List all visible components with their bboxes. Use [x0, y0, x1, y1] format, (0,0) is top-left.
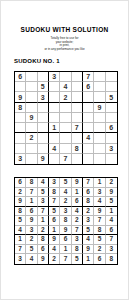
- solution-cell-r9c6: 5: [72, 254, 83, 264]
- solution-cell-r6c7: 5: [83, 226, 94, 236]
- puzzle-cell-r5c6: [72, 113, 83, 123]
- solution-cell-r2c1: 2: [15, 188, 26, 198]
- solution-cell-r2c2: 7: [26, 188, 37, 198]
- puzzle-cell-r7c5: [60, 133, 71, 143]
- puzzle-cell-r1c9: [106, 72, 117, 82]
- puzzle-cell-r1c4: 3: [49, 72, 60, 82]
- puzzle-cell-r4c7: [83, 103, 94, 113]
- solution-cell-r7c9: 7: [106, 235, 117, 245]
- puzzle-cell-r9c7: [83, 154, 94, 164]
- puzzle-cell-r8c2: [26, 144, 37, 154]
- solution-cell-r7c6: 3: [72, 235, 83, 245]
- solution-cell-r1c4: 3: [49, 178, 60, 188]
- solution-cell-r1c8: 1: [94, 178, 105, 188]
- puzzle-cell-r6c3: [38, 123, 49, 133]
- puzzle-cell-r1c2: [26, 72, 37, 82]
- puzzle-cell-r3c4: [49, 92, 60, 102]
- puzzle-cell-r9c3: 9: [38, 154, 49, 164]
- puzzle-cell-r5c1: [15, 113, 26, 123]
- solution-cell-r2c7: 6: [83, 188, 94, 198]
- puzzle-cell-r9c8: [94, 154, 105, 164]
- page-title: SUDOKU WITH SOLUTION: [1, 26, 128, 33]
- puzzle-cell-r2c1: [15, 82, 26, 92]
- puzzle-cell-r3c3: 3: [38, 92, 49, 102]
- puzzle-cell-r6c6: 7: [72, 123, 83, 133]
- solution-cell-r2c6: 1: [72, 188, 83, 198]
- solution-cell-r5c7: 3: [83, 216, 94, 226]
- puzzle-cell-r2c7: 6: [83, 82, 94, 92]
- puzzle-cell-r4c8: 9: [94, 103, 105, 113]
- solution-cell-r9c1: 3: [15, 254, 26, 264]
- solution-cell-r3c7: 8: [83, 197, 94, 207]
- puzzle-grid: 637546932589917624483397: [14, 71, 118, 165]
- solution-cell-r6c9: 6: [106, 226, 117, 236]
- attribution-line: or in any performance you like: [1, 48, 128, 52]
- puzzle-cell-r4c5: [60, 103, 71, 113]
- puzzle-cell-r3c6: [72, 92, 83, 102]
- puzzle-cell-r8c6: 8: [72, 144, 83, 154]
- solution-cell-r8c8: 2: [94, 245, 105, 255]
- solution-cell-r4c3: 7: [38, 207, 49, 217]
- puzzle-cell-r2c8: [94, 82, 105, 92]
- puzzle-cell-r8c4: 4: [49, 144, 60, 154]
- solution-cell-r6c8: 8: [94, 226, 105, 236]
- puzzle-cell-r7c7: 4: [83, 133, 94, 143]
- solution-cell-r3c9: 5: [106, 197, 117, 207]
- puzzle-number-label: SUDOKU NO. 1: [14, 58, 60, 64]
- puzzle-cell-r4c2: [26, 103, 37, 113]
- solution-cell-r4c9: 1: [106, 207, 117, 217]
- puzzle-cell-r7c1: [15, 133, 26, 143]
- puzzle-cell-r6c8: [94, 123, 105, 133]
- puzzle-cell-r3c2: [26, 92, 37, 102]
- solution-cell-r1c3: 4: [38, 178, 49, 188]
- puzzle-cell-r2c4: [49, 82, 60, 92]
- solution-cell-r1c1: 6: [15, 178, 26, 188]
- puzzle-cell-r7c2: 2: [26, 133, 37, 143]
- puzzle-cell-r4c6: [72, 103, 83, 113]
- puzzle-cell-r1c3: [38, 72, 49, 82]
- puzzle-cell-r5c4: [49, 113, 60, 123]
- puzzle-cell-r1c8: [94, 72, 105, 82]
- solution-cell-r5c6: 2: [72, 216, 83, 226]
- solution-cell-r4c2: 6: [26, 207, 37, 217]
- solution-cell-r7c4: 9: [49, 235, 60, 245]
- solution-cell-r1c6: 9: [72, 178, 83, 188]
- puzzle-cell-r3c5: 2: [60, 92, 71, 102]
- solution-cell-r2c5: 4: [60, 188, 71, 198]
- solution-cell-r1c9: 2: [106, 178, 117, 188]
- solution-cell-r2c4: 8: [49, 188, 60, 198]
- solution-cell-r7c3: 8: [38, 235, 49, 245]
- puzzle-cell-r9c6: [72, 154, 83, 164]
- solution-cell-r6c4: 1: [49, 226, 60, 236]
- puzzle-cell-r9c9: [106, 154, 117, 164]
- puzzle-cell-r4c4: [49, 103, 60, 113]
- solution-cell-r5c2: 9: [26, 216, 37, 226]
- solution-cell-r8c4: 4: [49, 245, 60, 255]
- puzzle-cell-r6c9: 6: [106, 123, 117, 133]
- puzzle-cell-r7c3: [38, 133, 49, 143]
- puzzle-cell-r9c2: [26, 154, 37, 164]
- puzzle-cell-r8c9: 3: [106, 144, 117, 154]
- solution-cell-r4c8: 9: [94, 207, 105, 217]
- puzzle-cell-r8c8: [94, 144, 105, 154]
- solution-cell-r3c2: 1: [26, 197, 37, 207]
- solution-cell-r3c4: 7: [49, 197, 60, 207]
- puzzle-cell-r1c7: 7: [83, 72, 94, 82]
- puzzle-cell-r5c9: [106, 113, 117, 123]
- solution-cell-r6c6: 7: [72, 226, 83, 236]
- solution-cell-r9c8: 6: [94, 254, 105, 264]
- solution-cell-r5c1: 5: [15, 216, 26, 226]
- solution-cell-r1c5: 5: [60, 178, 71, 188]
- solution-cell-r8c5: 1: [60, 245, 71, 255]
- solution-cell-r9c2: 4: [26, 254, 37, 264]
- solution-cell-r3c1: 9: [15, 197, 26, 207]
- puzzle-cell-r2c5: 4: [60, 82, 71, 92]
- solution-cell-r7c1: 1: [15, 235, 26, 245]
- solution-cell-r9c5: 7: [60, 254, 71, 264]
- solution-cell-r3c5: 2: [60, 197, 71, 207]
- puzzle-cell-r9c1: 3: [15, 154, 26, 164]
- puzzle-cell-r5c7: [83, 113, 94, 123]
- puzzle-cell-r1c1: 6: [15, 72, 26, 82]
- solution-cell-r8c2: 5: [26, 245, 37, 255]
- puzzle-cell-r3c9: 5: [106, 92, 117, 102]
- puzzle-cell-r7c9: [106, 133, 117, 143]
- solution-cell-r7c2: 2: [26, 235, 37, 245]
- solution-cell-r2c3: 5: [38, 188, 49, 198]
- puzzle-cell-r5c3: [38, 113, 49, 123]
- puzzle-cell-r2c3: 5: [38, 82, 49, 92]
- attribution-text: Totally free to use for your website; in…: [1, 37, 128, 51]
- solution-cell-r5c9: 4: [106, 216, 117, 226]
- puzzle-cell-r7c6: [72, 133, 83, 143]
- puzzle-cell-r1c5: [60, 72, 71, 82]
- solution-grid: 6843597122758416399137268458675342915916…: [14, 177, 118, 265]
- puzzle-cell-r6c7: [83, 123, 94, 133]
- puzzle-cell-r9c5: 7: [60, 154, 71, 164]
- solution-cell-r6c1: 4: [15, 226, 26, 236]
- puzzle-cell-r9c4: [49, 154, 60, 164]
- puzzle-cell-r6c2: [26, 123, 37, 133]
- puzzle-cell-r8c1: [15, 144, 26, 154]
- puzzle-cell-r2c9: [106, 82, 117, 92]
- puzzle-cell-r4c3: [38, 103, 49, 113]
- puzzle-cell-r6c5: [60, 123, 71, 133]
- puzzle-cell-r5c2: 9: [26, 113, 37, 123]
- solution-cell-r8c1: 7: [15, 245, 26, 255]
- solution-cell-r2c8: 3: [94, 188, 105, 198]
- puzzle-cell-r8c5: [60, 144, 71, 154]
- solution-cell-r4c6: 4: [72, 207, 83, 217]
- puzzle-cell-r3c7: [83, 92, 94, 102]
- solution-cell-r9c9: 8: [106, 254, 117, 264]
- solution-cell-r3c6: 6: [72, 197, 83, 207]
- puzzle-cell-r4c9: [106, 103, 117, 113]
- solution-cell-r5c5: 8: [60, 216, 71, 226]
- puzzle-cell-r5c8: [94, 113, 105, 123]
- sudoku-sheet: SUDOKU WITH SOLUTION Totally free to use…: [0, 0, 129, 300]
- solution-cell-r3c8: 4: [94, 197, 105, 207]
- puzzle-cell-r7c4: [49, 133, 60, 143]
- solution-cell-r3c3: 3: [38, 197, 49, 207]
- solution-cell-r5c3: 1: [38, 216, 49, 226]
- puzzle-cell-r2c6: [72, 82, 83, 92]
- solution-cell-r9c3: 9: [38, 254, 49, 264]
- solution-cell-r5c8: 7: [94, 216, 105, 226]
- puzzle-cell-r2c2: [26, 82, 37, 92]
- solution-cell-r6c2: 3: [26, 226, 37, 236]
- puzzle-cell-r3c1: 9: [15, 92, 26, 102]
- puzzle-cell-r5c5: [60, 113, 71, 123]
- solution-cell-r4c5: 3: [60, 207, 71, 217]
- solution-cell-r7c8: 5: [94, 235, 105, 245]
- puzzle-cell-r8c7: [83, 144, 94, 154]
- solution-cell-r4c7: 2: [83, 207, 94, 217]
- solution-cell-r2c9: 9: [106, 188, 117, 198]
- solution-cell-r6c3: 2: [38, 226, 49, 236]
- puzzle-cell-r4c1: 8: [15, 103, 26, 113]
- puzzle-cell-r1c6: [72, 72, 83, 82]
- solution-cell-r6c5: 9: [60, 226, 71, 236]
- puzzle-cell-r8c3: [38, 144, 49, 154]
- solution-cell-r9c4: 2: [49, 254, 60, 264]
- solution-cell-r7c5: 6: [60, 235, 71, 245]
- puzzle-cell-r6c1: [15, 123, 26, 133]
- solution-cell-r8c9: 3: [106, 245, 117, 255]
- solution-cell-r9c7: 1: [83, 254, 94, 264]
- solution-cell-r4c1: 8: [15, 207, 26, 217]
- puzzle-cell-r7c8: [94, 133, 105, 143]
- solution-cell-r8c3: 6: [38, 245, 49, 255]
- solution-cell-r7c7: 4: [83, 235, 94, 245]
- puzzle-cell-r6c4: 1: [49, 123, 60, 133]
- solution-cell-r4c4: 5: [49, 207, 60, 217]
- solution-cell-r1c7: 7: [83, 178, 94, 188]
- solution-cell-r1c2: 8: [26, 178, 37, 188]
- solution-cell-r8c6: 8: [72, 245, 83, 255]
- puzzle-cell-r3c8: [94, 92, 105, 102]
- solution-cell-r8c7: 9: [83, 245, 94, 255]
- solution-cell-r5c4: 6: [49, 216, 60, 226]
